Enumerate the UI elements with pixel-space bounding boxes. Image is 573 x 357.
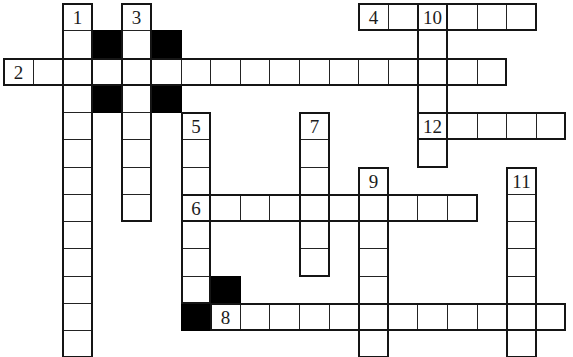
black-cell xyxy=(181,303,211,331)
grid-cell[interactable] xyxy=(151,58,182,86)
grid-cell[interactable] xyxy=(269,194,300,222)
grid-cell[interactable] xyxy=(417,3,448,31)
grid-cell[interactable] xyxy=(62,276,93,304)
grid-cell[interactable] xyxy=(299,58,330,86)
grid-cell[interactable] xyxy=(181,276,211,304)
grid-cell[interactable] xyxy=(62,112,93,140)
grid-cell[interactable] xyxy=(299,139,330,168)
grid-cell[interactable] xyxy=(240,194,270,222)
grid-cell[interactable] xyxy=(299,248,330,277)
grid-cell[interactable] xyxy=(358,194,389,222)
grid-cell[interactable] xyxy=(388,194,418,222)
grid-cell[interactable] xyxy=(358,248,389,277)
grid-cell[interactable] xyxy=(62,167,93,195)
grid-cell[interactable] xyxy=(62,30,93,59)
grid-cell[interactable] xyxy=(269,58,300,86)
grid-cell[interactable] xyxy=(417,112,448,140)
black-cell xyxy=(151,85,182,113)
grid-cell[interactable] xyxy=(477,58,507,86)
grid-cell[interactable] xyxy=(181,248,211,277)
grid-cell[interactable] xyxy=(506,330,537,357)
grid-cell[interactable] xyxy=(181,221,211,249)
grid-cell[interactable] xyxy=(121,85,152,113)
grid-cell[interactable] xyxy=(121,30,152,59)
grid-cell[interactable] xyxy=(477,112,507,140)
grid-cell[interactable] xyxy=(358,303,389,331)
grid-cell[interactable] xyxy=(121,139,152,168)
grid-cell[interactable] xyxy=(506,112,537,140)
grid-cell[interactable] xyxy=(417,139,448,168)
grid-cell[interactable] xyxy=(447,112,478,140)
grid-cell[interactable] xyxy=(329,194,359,222)
grid-cell[interactable] xyxy=(299,303,330,331)
grid-cell[interactable] xyxy=(506,276,537,304)
grid-cell[interactable] xyxy=(358,58,389,86)
grid-cell[interactable] xyxy=(358,276,389,304)
grid-cell[interactable] xyxy=(536,112,566,140)
grid-cell[interactable] xyxy=(62,248,93,277)
grid-cell[interactable] xyxy=(417,85,448,113)
grid-cell[interactable] xyxy=(62,3,93,31)
grid-cell[interactable] xyxy=(358,167,389,195)
grid-cell[interactable] xyxy=(121,58,152,86)
grid-cell[interactable] xyxy=(62,139,93,168)
grid-cell[interactable] xyxy=(447,3,478,31)
grid-cell[interactable] xyxy=(447,194,478,222)
grid-cell[interactable] xyxy=(181,167,211,195)
grid-cell[interactable] xyxy=(506,194,537,222)
grid-cell[interactable] xyxy=(269,303,300,331)
grid-cell[interactable] xyxy=(506,3,537,31)
grid-cell[interactable] xyxy=(506,303,537,331)
grid-cell[interactable] xyxy=(92,58,122,86)
grid-cell[interactable] xyxy=(121,167,152,195)
grid-cell[interactable] xyxy=(181,58,211,86)
grid-cell[interactable] xyxy=(447,303,478,331)
grid-cell[interactable] xyxy=(417,303,448,331)
grid-cell[interactable] xyxy=(299,194,330,222)
grid-cell[interactable] xyxy=(358,221,389,249)
grid-cell[interactable] xyxy=(3,58,34,86)
grid-cell[interactable] xyxy=(477,3,507,31)
grid-cell[interactable] xyxy=(358,3,389,31)
grid-cell[interactable] xyxy=(417,194,448,222)
grid-cell[interactable] xyxy=(506,167,537,195)
grid-cell[interactable] xyxy=(240,58,270,86)
grid-cell[interactable] xyxy=(299,112,330,140)
grid-cell[interactable] xyxy=(417,30,448,59)
grid-cell[interactable] xyxy=(299,167,330,195)
grid-cell[interactable] xyxy=(62,58,93,86)
grid-cell[interactable] xyxy=(181,194,211,222)
black-cell xyxy=(210,276,241,304)
grid-cell[interactable] xyxy=(447,58,478,86)
grid-cell[interactable] xyxy=(388,303,418,331)
grid-cell[interactable] xyxy=(121,112,152,140)
grid-cell[interactable] xyxy=(388,58,418,86)
grid-cell[interactable] xyxy=(181,112,211,140)
grid-cell[interactable] xyxy=(181,139,211,168)
grid-cell[interactable] xyxy=(33,58,63,86)
grid-cell[interactable] xyxy=(536,303,566,331)
grid-cell[interactable] xyxy=(358,330,389,357)
grid-cell[interactable] xyxy=(506,221,537,249)
grid-cell[interactable] xyxy=(329,58,359,86)
grid-cell[interactable] xyxy=(210,303,241,331)
grid-cell[interactable] xyxy=(506,248,537,277)
black-cell xyxy=(92,85,122,113)
grid-cell[interactable] xyxy=(62,303,93,331)
crossword-grid: 123456789101112 xyxy=(0,0,573,357)
grid-cell[interactable] xyxy=(299,221,330,249)
grid-cell[interactable] xyxy=(210,194,241,222)
grid-cell[interactable] xyxy=(62,221,93,249)
black-cell xyxy=(151,30,182,59)
grid-cell[interactable] xyxy=(240,303,270,331)
grid-cell[interactable] xyxy=(62,330,93,357)
black-cell xyxy=(92,30,122,59)
grid-cell[interactable] xyxy=(477,303,507,331)
grid-cell[interactable] xyxy=(417,58,448,86)
grid-cell[interactable] xyxy=(210,58,241,86)
grid-cell[interactable] xyxy=(121,194,152,222)
grid-cell[interactable] xyxy=(329,303,359,331)
grid-cell[interactable] xyxy=(121,3,152,31)
grid-cell[interactable] xyxy=(62,194,93,222)
grid-cell[interactable] xyxy=(62,85,93,113)
grid-cell[interactable] xyxy=(388,3,418,31)
